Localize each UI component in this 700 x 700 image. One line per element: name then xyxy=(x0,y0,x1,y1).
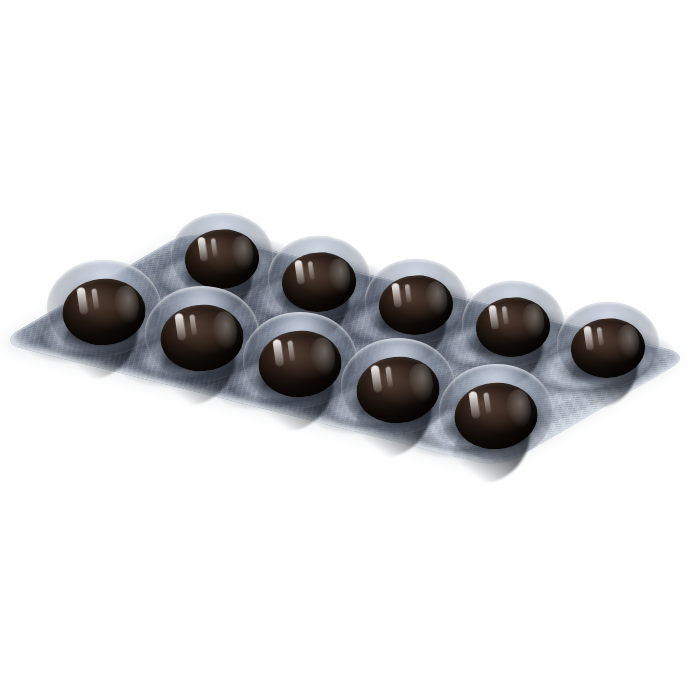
specular-highlight xyxy=(488,305,499,330)
specular-highlight xyxy=(370,365,382,393)
specular-highlight xyxy=(287,340,295,361)
specular-highlight xyxy=(424,281,449,318)
specular-highlight xyxy=(483,392,491,413)
specular-highlight xyxy=(174,313,186,341)
specular-highlight xyxy=(309,337,337,378)
specular-highlight xyxy=(189,314,197,335)
specular-highlight xyxy=(407,363,435,404)
specular-highlight xyxy=(521,303,546,340)
specular-highlight xyxy=(272,339,284,367)
specular-highlight xyxy=(294,260,305,285)
specular-highlight xyxy=(113,285,141,326)
specular-highlight xyxy=(76,287,88,315)
specular-highlight xyxy=(468,391,480,419)
specular-highlight xyxy=(405,284,412,303)
specular-highlight xyxy=(505,389,533,430)
specular-highlight xyxy=(502,306,509,325)
specular-highlight xyxy=(616,324,641,361)
product-photo xyxy=(0,0,700,700)
specular-highlight xyxy=(308,261,315,280)
specular-highlight xyxy=(597,327,604,346)
specular-highlight xyxy=(211,311,239,352)
specular-highlight xyxy=(385,366,393,387)
specular-highlight xyxy=(211,238,218,257)
specular-highlight xyxy=(391,283,402,308)
specular-highlight xyxy=(91,288,99,309)
specular-highlight xyxy=(197,237,208,262)
specular-highlight xyxy=(327,258,352,295)
capsule-layer xyxy=(0,0,700,700)
specular-highlight xyxy=(583,326,594,351)
specular-highlight xyxy=(230,235,255,272)
